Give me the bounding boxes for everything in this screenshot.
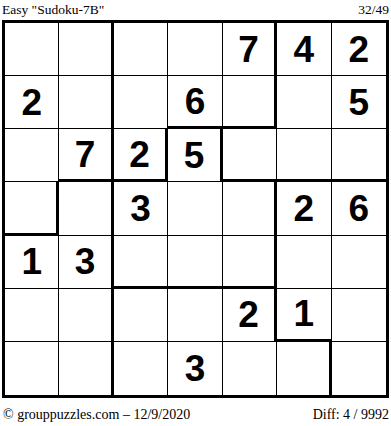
- cell-r4c1[interactable]: [5, 182, 59, 235]
- cell-r4c3[interactable]: 3: [114, 182, 168, 235]
- copyright-credit: © grouppuzzles.com – 12/9/2020: [3, 406, 190, 423]
- cell-r6c1[interactable]: [5, 289, 59, 342]
- cell-r6c3[interactable]: [114, 289, 168, 342]
- cell-r2c3[interactable]: [114, 76, 168, 129]
- cell-r7c2[interactable]: [59, 342, 113, 395]
- sudoku-board: 74226572532613213: [2, 20, 389, 398]
- cell-r7c7[interactable]: [332, 342, 386, 395]
- cell-r2c4[interactable]: 6: [168, 76, 222, 129]
- cell-r5c2[interactable]: 3: [59, 236, 113, 289]
- cell-r1c2[interactable]: [59, 23, 113, 76]
- cell-r2c1[interactable]: 2: [5, 76, 59, 129]
- cell-r1c7[interactable]: 2: [332, 23, 386, 76]
- cell-r7c3[interactable]: [114, 342, 168, 395]
- cell-r2c5[interactable]: [223, 76, 277, 129]
- cell-r7c1[interactable]: [5, 342, 59, 395]
- cell-r3c5[interactable]: [223, 129, 277, 182]
- cell-r3c1[interactable]: [5, 129, 59, 182]
- cell-r3c4[interactable]: 5: [168, 129, 222, 182]
- cell-r1c1[interactable]: [5, 23, 59, 76]
- cell-r2c2[interactable]: [59, 76, 113, 129]
- cell-r2c6[interactable]: [277, 76, 331, 129]
- cell-r4c2[interactable]: [59, 182, 113, 235]
- cell-r1c3[interactable]: [114, 23, 168, 76]
- cell-r6c4[interactable]: [168, 289, 222, 342]
- cell-r3c7[interactable]: [332, 129, 386, 182]
- header: Easy "Sudoku-7B" 32/49: [2, 1, 389, 18]
- cell-r5c6[interactable]: [277, 236, 331, 289]
- cell-r3c2[interactable]: 7: [59, 129, 113, 182]
- cell-r4c6[interactable]: 2: [277, 182, 331, 235]
- cell-r1c4[interactable]: [168, 23, 222, 76]
- cell-r5c3[interactable]: [114, 236, 168, 289]
- cell-r6c2[interactable]: [59, 289, 113, 342]
- puzzle-title: Easy "Sudoku-7B": [2, 1, 104, 18]
- cell-r5c4[interactable]: [168, 236, 222, 289]
- cell-r4c4[interactable]: [168, 182, 222, 235]
- footer: © grouppuzzles.com – 12/9/2020 Diff: 4 /…: [3, 406, 389, 423]
- remaining-counter: 32/49: [358, 1, 389, 18]
- cell-r4c5[interactable]: [223, 182, 277, 235]
- cell-r7c4[interactable]: 3: [168, 342, 222, 395]
- cell-r6c7[interactable]: [332, 289, 386, 342]
- cell-r5c1[interactable]: 1: [5, 236, 59, 289]
- difficulty-label: Diff: 4 / 9992: [313, 406, 389, 423]
- cell-r7c5[interactable]: [223, 342, 277, 395]
- cell-r6c6[interactable]: 1: [277, 289, 331, 342]
- cell-r2c7[interactable]: 5: [332, 76, 386, 129]
- cell-r7c6[interactable]: [277, 342, 331, 395]
- cell-r5c7[interactable]: [332, 236, 386, 289]
- cell-r1c6[interactable]: 4: [277, 23, 331, 76]
- cell-r3c3[interactable]: 2: [114, 129, 168, 182]
- cell-r3c6[interactable]: [277, 129, 331, 182]
- cell-r6c5[interactable]: 2: [223, 289, 277, 342]
- cell-r1c5[interactable]: 7: [223, 23, 277, 76]
- cell-r4c7[interactable]: 6: [332, 182, 386, 235]
- cell-r5c5[interactable]: [223, 236, 277, 289]
